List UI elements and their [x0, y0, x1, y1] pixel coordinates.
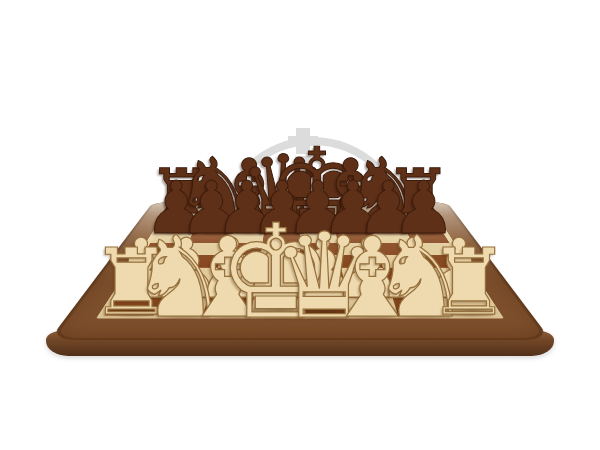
- square-f7: [334, 223, 371, 233]
- square-f2: [344, 282, 393, 298]
- square-c4: [217, 255, 260, 268]
- square-g8: [366, 214, 403, 223]
- square-f6: [336, 232, 375, 243]
- square-f5: [337, 243, 378, 255]
- square-d2: [254, 282, 300, 298]
- square-c2: [208, 282, 257, 298]
- square-h5: [412, 243, 457, 255]
- square-d4: [259, 255, 300, 268]
- square-g6: [371, 232, 412, 243]
- square-h3: [424, 267, 474, 281]
- square-f1: [346, 298, 398, 316]
- square-c8: [232, 214, 268, 223]
- square-e2: [300, 282, 346, 298]
- square-d8: [266, 214, 300, 223]
- square-e5: [300, 243, 339, 255]
- square-b7: [193, 223, 232, 233]
- square-c7: [229, 223, 266, 233]
- chess-board: [49, 202, 551, 340]
- square-e4: [300, 255, 341, 268]
- square-b2: [162, 282, 213, 298]
- square-g4: [378, 255, 423, 268]
- square-a8: [163, 214, 201, 223]
- product-photo: ♜♞♝♛♚♝♞♜♟♟♟♟♟♟♟♟♟♟♟♟♟♟♟♟♜♞♝♚♛♝♞♜: [0, 0, 600, 450]
- square-f3: [341, 267, 387, 281]
- square-a2: [116, 282, 170, 298]
- square-a3: [126, 267, 176, 281]
- square-b8: [197, 214, 234, 223]
- square-h4: [418, 255, 465, 268]
- square-g3: [383, 267, 431, 281]
- square-a5: [143, 243, 188, 255]
- square-e7: [300, 223, 336, 233]
- square-e8: [300, 214, 334, 223]
- square-f4: [339, 255, 382, 268]
- square-e6: [300, 232, 337, 243]
- watermark-cross-icon: [288, 128, 318, 154]
- square-g5: [375, 243, 418, 255]
- square-g7: [368, 223, 407, 233]
- square-e3: [300, 267, 344, 281]
- board-grid: [96, 213, 504, 319]
- square-h7: [403, 223, 443, 233]
- square-f8: [333, 214, 369, 223]
- square-c1: [202, 298, 254, 316]
- square-c5: [222, 243, 263, 255]
- square-h2: [431, 282, 485, 298]
- square-d7: [264, 223, 300, 233]
- square-c3: [213, 267, 259, 281]
- square-d5: [261, 243, 300, 255]
- square-d1: [251, 298, 300, 316]
- square-b5: [182, 243, 225, 255]
- square-h6: [407, 232, 449, 243]
- square-h8: [398, 214, 436, 223]
- square-b3: [169, 267, 217, 281]
- square-g2: [387, 282, 438, 298]
- square-a6: [150, 232, 192, 243]
- square-h1: [438, 298, 495, 316]
- square-a7: [157, 223, 197, 233]
- square-b1: [153, 298, 208, 316]
- square-d6: [263, 232, 300, 243]
- square-a4: [135, 255, 182, 268]
- square-c6: [225, 232, 264, 243]
- square-e1: [300, 298, 349, 316]
- square-b4: [176, 255, 221, 268]
- square-d3: [256, 267, 300, 281]
- square-b6: [188, 232, 229, 243]
